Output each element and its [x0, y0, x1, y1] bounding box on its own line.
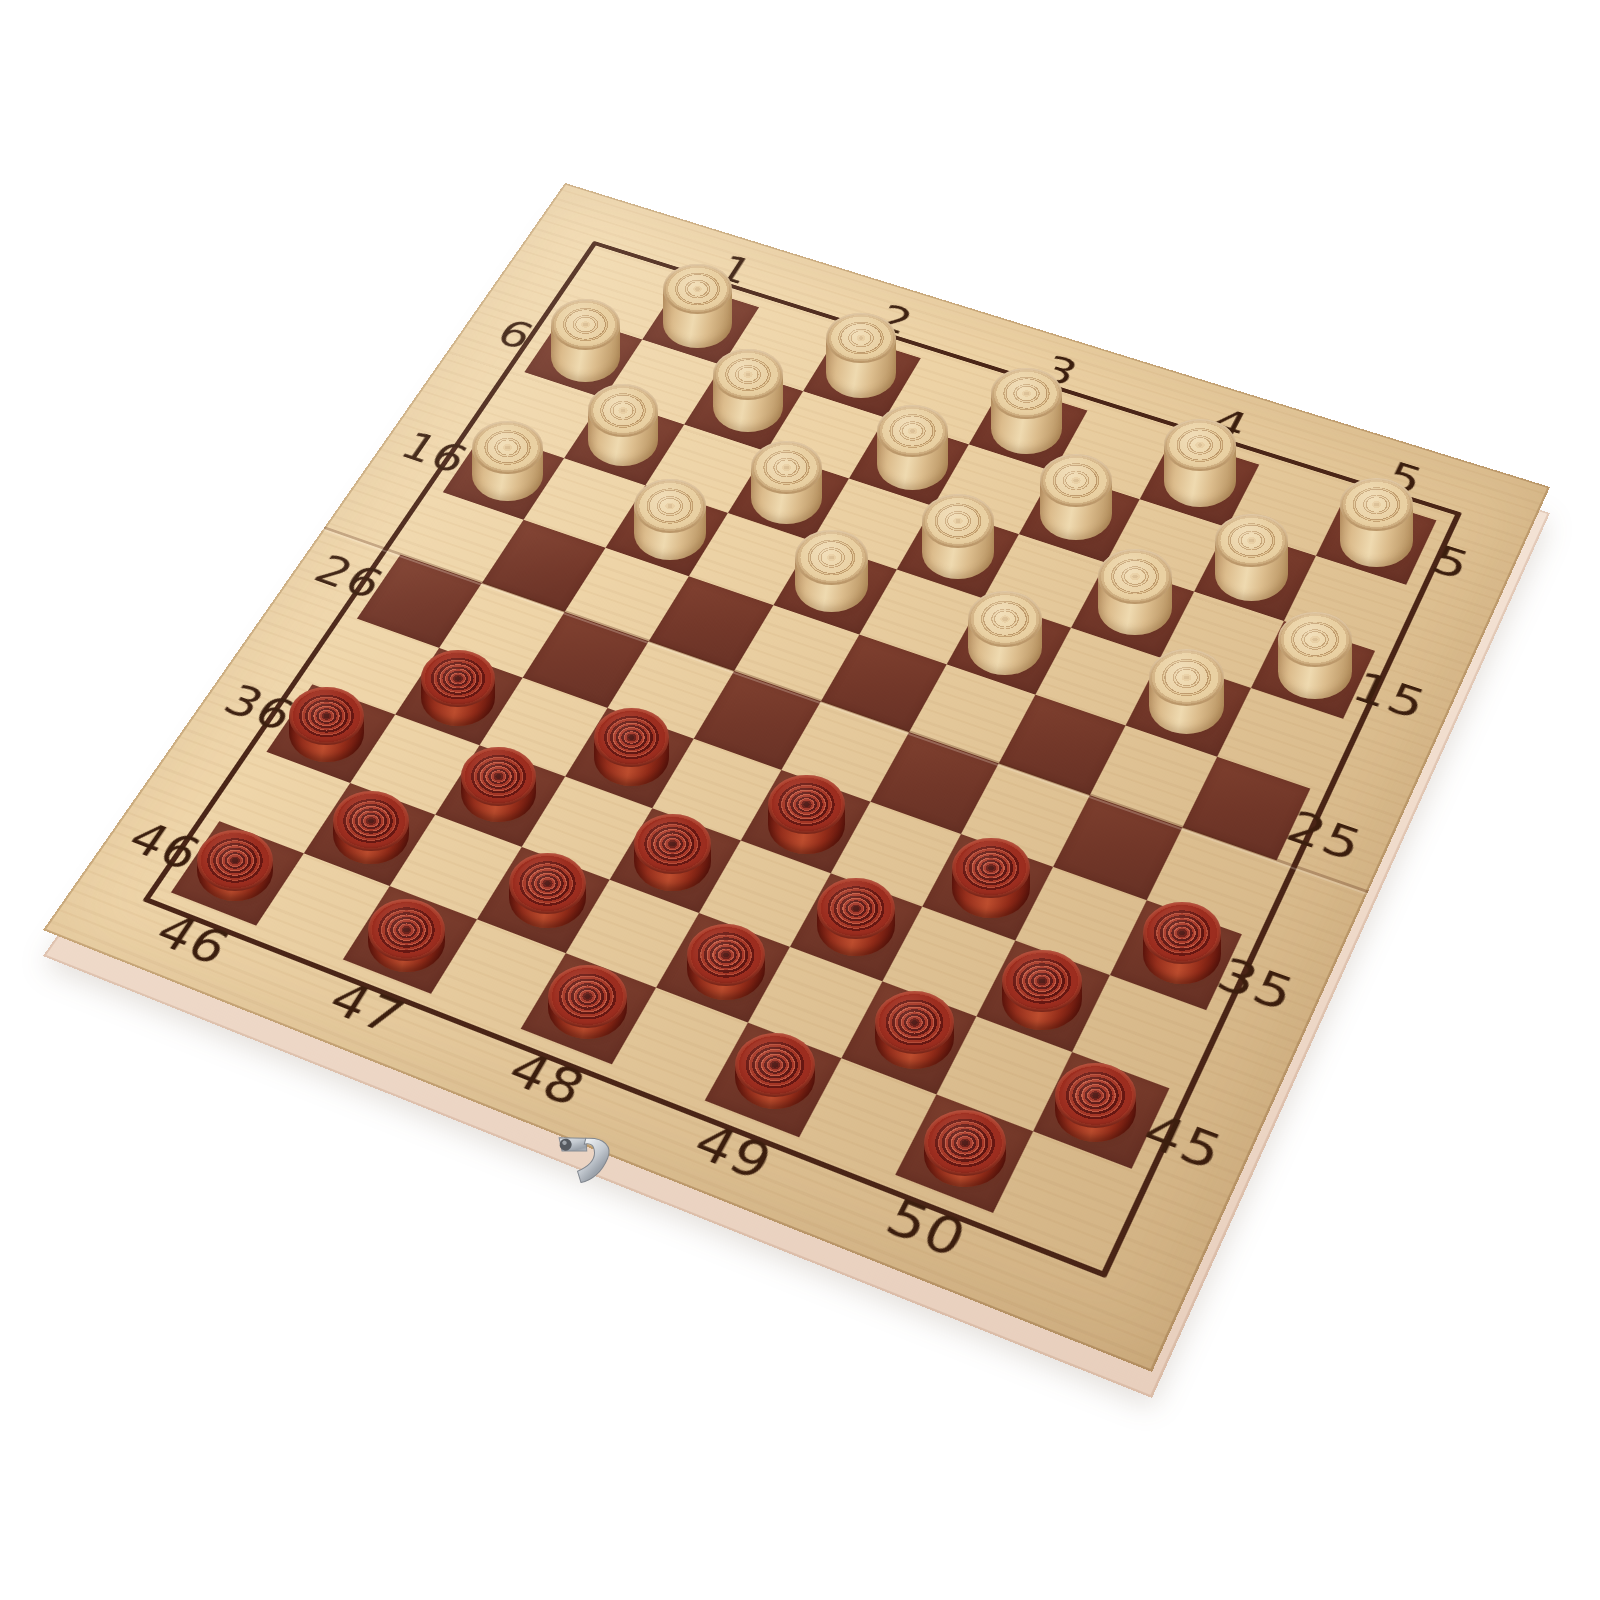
coord-top-2: 2	[871, 298, 920, 340]
coord-top-3: 3	[1036, 349, 1085, 392]
coord-top-4: 4	[1205, 402, 1254, 446]
latch-clasp-icon	[549, 1123, 635, 1193]
coord-top-5: 5	[1380, 455, 1429, 500]
photo-scene: 123456162636465152535454647484950	[0, 0, 1600, 1600]
coord-top-1: 1	[711, 249, 760, 289]
